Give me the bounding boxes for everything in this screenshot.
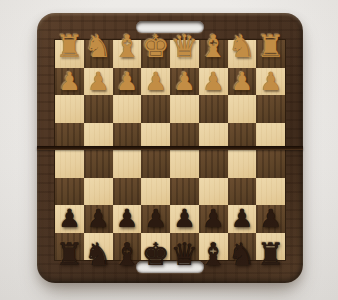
board-cell: [141, 124, 170, 150]
board-cell: ♛: [170, 229, 199, 260]
board-cell: ♝: [199, 229, 228, 260]
light-pawn[interactable]: ♟: [116, 69, 138, 94]
board-cell: ♟: [141, 203, 170, 229]
board-cell: ♟: [55, 71, 84, 97]
board-cell: [113, 150, 142, 176]
light-pawn[interactable]: ♟: [259, 69, 281, 94]
dark-bishop[interactable]: ♝: [113, 239, 141, 270]
folding-chess-case: ♜♞♝♚♛♝♞♜♟♟♟♟♟♟♟♟♟♟♟♟♟♟♟♟♜♞♝♚♛♝♞♜: [37, 13, 303, 283]
board-cell: [113, 176, 142, 202]
board-cell: [170, 176, 199, 202]
board-cell: ♚: [141, 229, 170, 260]
board-cell: ♟: [170, 71, 199, 97]
board-cell: ♟: [113, 71, 142, 97]
light-rook[interactable]: ♜: [257, 31, 285, 62]
light-knight[interactable]: ♞: [228, 31, 256, 62]
board-cell: [256, 150, 285, 176]
board-cell: [228, 176, 257, 202]
board-cell: ♟: [55, 203, 84, 229]
board-cell: [170, 97, 199, 123]
dark-pawn[interactable]: ♟: [259, 206, 281, 231]
dark-pawn[interactable]: ♟: [173, 206, 195, 231]
light-pawn[interactable]: ♟: [173, 69, 195, 94]
board-cell: [170, 124, 199, 150]
board-cell: ♟: [84, 71, 113, 97]
dark-pawn[interactable]: ♟: [116, 206, 138, 231]
board-cell: [113, 124, 142, 150]
light-pawn[interactable]: ♟: [87, 69, 109, 94]
board-cell: ♜: [256, 229, 285, 260]
board-cell: [199, 97, 228, 123]
light-pawn[interactable]: ♟: [202, 69, 224, 94]
board-cell: ♟: [256, 203, 285, 229]
pieces-layer: ♜♞♝♚♛♝♞♜♟♟♟♟♟♟♟♟♟♟♟♟♟♟♟♟♜♞♝♚♛♝♞♜: [55, 40, 285, 260]
dark-rook[interactable]: ♜: [55, 239, 83, 270]
board-cell: ♟: [84, 203, 113, 229]
board-cell: [256, 97, 285, 123]
light-bishop[interactable]: ♝: [113, 31, 141, 62]
board-cell: [199, 124, 228, 150]
light-queen[interactable]: ♛: [170, 31, 198, 62]
board-cell: ♞: [84, 229, 113, 260]
board-cell: [84, 124, 113, 150]
dark-knight[interactable]: ♞: [84, 239, 112, 270]
light-pawn[interactable]: ♟: [58, 69, 80, 94]
board-cell: [228, 150, 257, 176]
light-pawn[interactable]: ♟: [231, 69, 253, 94]
board-cell: [256, 176, 285, 202]
board-cell: [199, 150, 228, 176]
board-cell: ♟: [228, 71, 257, 97]
light-rook[interactable]: ♜: [55, 31, 83, 62]
board-cell: ♝: [113, 229, 142, 260]
dark-knight[interactable]: ♞: [228, 239, 256, 270]
dark-bishop[interactable]: ♝: [199, 239, 227, 270]
board-cell: ♟: [199, 71, 228, 97]
dark-pawn[interactable]: ♟: [231, 206, 253, 231]
board-cell: [84, 176, 113, 202]
board-cell: [170, 150, 199, 176]
board-cell: [256, 124, 285, 150]
light-king[interactable]: ♚: [142, 31, 170, 62]
chess-set-photo: ♜♞♝♚♛♝♞♜♟♟♟♟♟♟♟♟♟♟♟♟♟♟♟♟♜♞♝♚♛♝♞♜: [0, 0, 338, 300]
dark-king[interactable]: ♚: [142, 239, 170, 270]
dark-pawn[interactable]: ♟: [87, 206, 109, 231]
dark-queen[interactable]: ♛: [170, 239, 198, 270]
dark-pawn[interactable]: ♟: [144, 206, 166, 231]
board-cell: ♟: [199, 203, 228, 229]
board-cell: [55, 176, 84, 202]
board-cell: [113, 97, 142, 123]
board-cell: ♟: [113, 203, 142, 229]
dark-pawn[interactable]: ♟: [58, 206, 80, 231]
board-cell: [228, 124, 257, 150]
board-cell: [141, 97, 170, 123]
board-cell: ♟: [228, 203, 257, 229]
board-cell: [84, 97, 113, 123]
board-cell: ♟: [141, 71, 170, 97]
light-bishop[interactable]: ♝: [199, 31, 227, 62]
board-cell: [55, 150, 84, 176]
board-cell: [199, 176, 228, 202]
board-cell: [84, 150, 113, 176]
board-cell: ♟: [170, 203, 199, 229]
dark-rook[interactable]: ♜: [257, 239, 285, 270]
board-cell: ♟: [256, 71, 285, 97]
dark-pawn[interactable]: ♟: [202, 206, 224, 231]
board-cell: [141, 176, 170, 202]
board-cell: ♜: [55, 229, 84, 260]
board-cell: [55, 97, 84, 123]
board-cell: [228, 97, 257, 123]
board-cell: [141, 150, 170, 176]
board-cell: [55, 124, 84, 150]
light-knight[interactable]: ♞: [84, 31, 112, 62]
light-pawn[interactable]: ♟: [144, 69, 166, 94]
board-cell: ♞: [228, 229, 257, 260]
